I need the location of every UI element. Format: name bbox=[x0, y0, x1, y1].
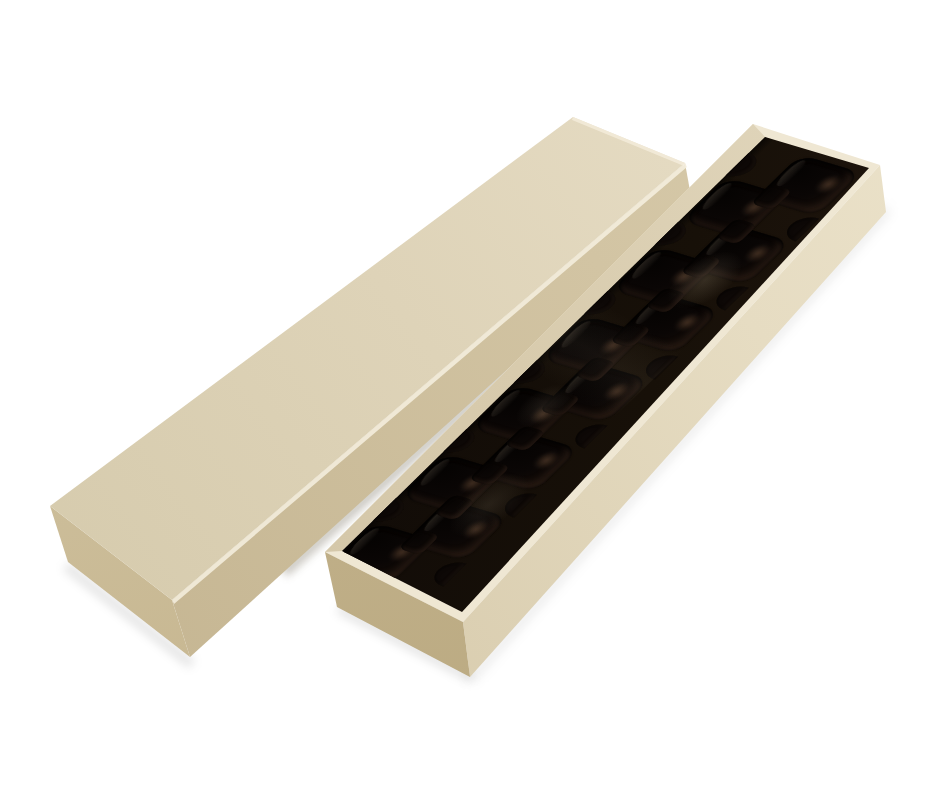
base-rim bbox=[0, 0, 938, 800]
tray-cavity-front-1 bbox=[756, 155, 861, 217]
tray-cavity-back-3 bbox=[541, 316, 646, 378]
lid-edge-highlight bbox=[0, 0, 938, 800]
tray-notch-front-1 bbox=[779, 214, 819, 242]
tray-cavity-back-5 bbox=[400, 454, 505, 516]
tray-notch-back-2 bbox=[654, 221, 694, 249]
tray-notch-back-4 bbox=[513, 359, 553, 387]
lid-end-face bbox=[0, 0, 938, 800]
tray-notch-back-3 bbox=[583, 290, 623, 318]
base-near-shadow bbox=[336, 604, 474, 682]
tray-notch-front-4 bbox=[568, 421, 608, 449]
chocolate-tray bbox=[0, 0, 938, 800]
tray-notch-back-6 bbox=[372, 497, 412, 525]
tray-cavity-front-3 bbox=[615, 293, 720, 355]
tray-cavity-front-5 bbox=[474, 431, 579, 493]
tray-channel-2 bbox=[715, 218, 757, 244]
tray-surface bbox=[342, 137, 869, 582]
lid-side-face bbox=[0, 0, 938, 800]
tray-channel-3 bbox=[680, 253, 722, 279]
tray-channel-6 bbox=[574, 356, 616, 382]
base-end-face bbox=[0, 0, 938, 800]
tray-channel-4 bbox=[645, 287, 687, 313]
tray-channel-11 bbox=[398, 529, 440, 555]
tray-channel-8 bbox=[504, 425, 546, 451]
base-right-face bbox=[0, 0, 938, 800]
tray-channel-7 bbox=[539, 391, 581, 417]
tray-channel-10 bbox=[433, 494, 475, 520]
tray-notch-back-1 bbox=[724, 152, 764, 180]
tray-cavity-back-1 bbox=[682, 178, 787, 240]
tray-cavity-back-2 bbox=[611, 247, 716, 309]
tray-channel-9 bbox=[468, 460, 510, 486]
tray-notch-front-2 bbox=[709, 283, 749, 311]
tray-channel-1 bbox=[751, 184, 793, 210]
tray-cavity-front-2 bbox=[686, 224, 791, 286]
tray-notch-front-3 bbox=[638, 352, 678, 380]
lid-cast-shadow bbox=[281, 288, 600, 576]
tray-cavity-back-4 bbox=[470, 385, 575, 447]
base-cast-shadow bbox=[465, 205, 891, 683]
lid-top-face bbox=[0, 0, 938, 800]
tray-channel-5 bbox=[610, 322, 652, 348]
tray-notch-front-6 bbox=[427, 559, 467, 587]
product-photo bbox=[0, 0, 938, 800]
lid-near-shadow bbox=[63, 562, 195, 668]
tray-cavity-back-6 bbox=[329, 523, 434, 585]
tray-notch-back-5 bbox=[442, 428, 482, 456]
tray-notch-front-5 bbox=[497, 490, 537, 518]
tray-cavity-front-6 bbox=[404, 500, 509, 562]
tray-cavity-front-4 bbox=[545, 362, 650, 424]
base-interior bbox=[0, 0, 938, 800]
lid-far-edge-highlight bbox=[0, 0, 938, 800]
base-inner-back-wall bbox=[0, 0, 938, 800]
